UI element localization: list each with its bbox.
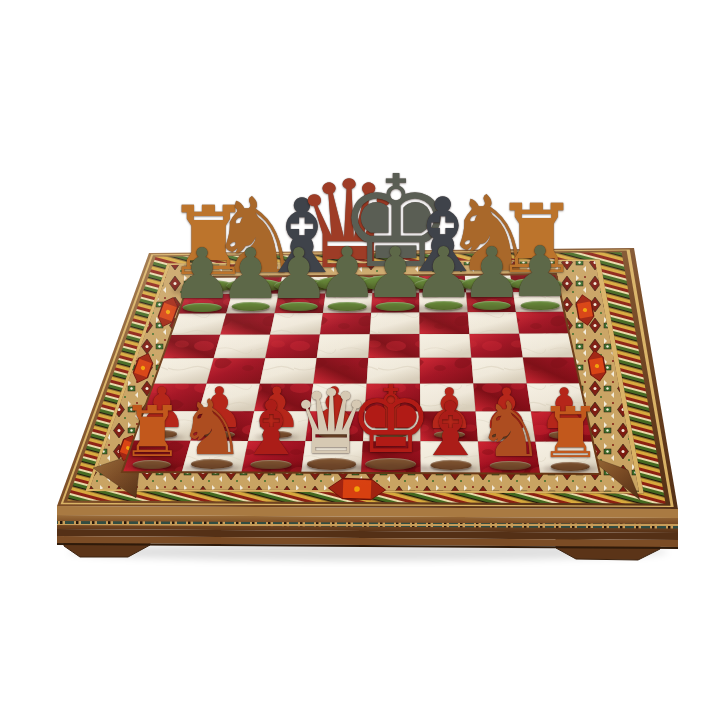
piece-shadow: [513, 305, 567, 313]
chess-board: [0, 0, 720, 720]
square-e6[interactable]: [370, 312, 420, 334]
square-a5[interactable]: [162, 335, 220, 359]
piece-shadow: [125, 464, 179, 472]
square-h5[interactable]: [519, 334, 574, 358]
piece-white-rook-a1[interactable]: ♜: [121, 400, 184, 469]
square-c5[interactable]: [265, 334, 320, 358]
square-b6[interactable]: [220, 313, 274, 335]
knight-glyph: ♞: [177, 393, 245, 463]
square-c6[interactable]: [270, 313, 323, 335]
piece-white-rook-h1[interactable]: ♜: [539, 401, 602, 470]
product-photo-stage: Hand-painted medieval figurine chess set…: [0, 0, 720, 720]
square-d5[interactable]: [317, 334, 370, 358]
rook-glyph: ♜: [539, 401, 602, 465]
bishop-glyph: ♝: [417, 396, 484, 465]
square-d6[interactable]: [320, 313, 371, 335]
square-a6[interactable]: [170, 313, 226, 335]
piece-white-knight-b1[interactable]: ♞: [177, 393, 245, 469]
square-g6[interactable]: [468, 312, 520, 334]
square-f5[interactable]: [420, 334, 472, 358]
piece-white-knight-g1[interactable]: ♞: [476, 395, 544, 471]
square-e5[interactable]: [368, 334, 420, 358]
square-g5[interactable]: [469, 334, 522, 358]
board-side-face: [57, 506, 678, 549]
piece-black-pawn-h7[interactable]: ♟: [509, 240, 572, 310]
square-f6[interactable]: [419, 312, 469, 334]
rook-glyph: ♜: [121, 400, 184, 464]
pawn-glyph: ♟: [509, 240, 572, 304]
piece-white-bishop-f1[interactable]: ♝: [417, 396, 484, 470]
knight-glyph: ♞: [476, 395, 544, 465]
piece-shadow: [543, 465, 597, 473]
square-h6[interactable]: [516, 312, 569, 334]
square-b5[interactable]: [214, 335, 270, 359]
